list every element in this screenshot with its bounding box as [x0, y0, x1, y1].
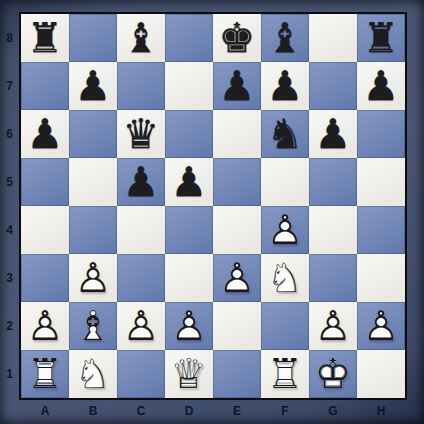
file-labels: ABCDEFGH	[21, 402, 405, 420]
black-pawn-icon: ♟	[117, 158, 165, 206]
square-c8[interactable]: ♝	[117, 14, 165, 62]
square-b5[interactable]	[69, 158, 117, 206]
square-e7[interactable]: ♟	[213, 62, 261, 110]
square-f4[interactable]: ♟♙	[261, 206, 309, 254]
square-a7[interactable]	[21, 62, 69, 110]
square-d2[interactable]: ♟♙	[165, 302, 213, 350]
white-knight-icon: ♘	[261, 254, 309, 302]
black-pawn-icon: ♟	[69, 62, 117, 110]
black-knight-icon: ♞	[261, 110, 309, 158]
square-b2[interactable]: ♝♗	[69, 302, 117, 350]
square-d5[interactable]: ♟	[165, 158, 213, 206]
square-h7[interactable]: ♟	[357, 62, 405, 110]
square-a6[interactable]: ♟	[21, 110, 69, 158]
rank-label-4: 4	[0, 206, 19, 254]
square-d7[interactable]	[165, 62, 213, 110]
black-pawn-icon: ♟	[165, 158, 213, 206]
square-c4[interactable]	[117, 206, 165, 254]
file-label-e: E	[213, 404, 261, 418]
chess-board: ♜♝♚♝♜♟♟♟♟♟♛♞♟♟♟♟♙♟♙♟♙♞♘♟♙♝♗♟♙♟♙♟♙♟♙♜♖♞♘♛…	[19, 12, 407, 400]
square-d4[interactable]	[165, 206, 213, 254]
white-knight-icon: ♘	[69, 350, 117, 398]
square-h6[interactable]	[357, 110, 405, 158]
square-d3[interactable]	[165, 254, 213, 302]
square-g5[interactable]	[309, 158, 357, 206]
square-g3[interactable]	[309, 254, 357, 302]
white-pawn-icon: ♟	[213, 254, 261, 302]
square-f5[interactable]	[261, 158, 309, 206]
square-g1[interactable]: ♚♔	[309, 350, 357, 398]
square-a4[interactable]	[21, 206, 69, 254]
square-e5[interactable]	[213, 158, 261, 206]
square-f3[interactable]: ♞♘	[261, 254, 309, 302]
white-rook-icon: ♜	[21, 350, 69, 398]
square-g8[interactable]	[309, 14, 357, 62]
square-e1[interactable]	[213, 350, 261, 398]
square-f6[interactable]: ♞	[261, 110, 309, 158]
white-knight-icon: ♞	[261, 254, 309, 302]
white-pawn-icon: ♟	[309, 302, 357, 350]
rank-labels: 87654321	[0, 14, 19, 398]
white-rook-icon: ♖	[21, 350, 69, 398]
square-c2[interactable]: ♟♙	[117, 302, 165, 350]
white-king-icon: ♔	[309, 350, 357, 398]
square-c3[interactable]	[117, 254, 165, 302]
rank-label-6: 6	[0, 110, 19, 158]
black-pawn-icon: ♟	[261, 62, 309, 110]
square-a1[interactable]: ♜♖	[21, 350, 69, 398]
white-rook-icon: ♜	[261, 350, 309, 398]
square-h8[interactable]: ♜	[357, 14, 405, 62]
square-c1[interactable]	[117, 350, 165, 398]
board-frame: 87654321 ♜♝♚♝♜♟♟♟♟♟♛♞♟♟♟♟♙♟♙♟♙♞♘♟♙♝♗♟♙♟♙…	[0, 0, 424, 424]
black-pawn-icon: ♟	[21, 110, 69, 158]
square-g6[interactable]: ♟	[309, 110, 357, 158]
white-king-icon: ♚	[309, 350, 357, 398]
white-pawn-icon: ♙	[69, 254, 117, 302]
square-f7[interactable]: ♟	[261, 62, 309, 110]
square-a5[interactable]	[21, 158, 69, 206]
rank-label-7: 7	[0, 62, 19, 110]
white-pawn-icon: ♟	[21, 302, 69, 350]
white-queen-icon: ♕	[165, 350, 213, 398]
square-b1[interactable]: ♞♘	[69, 350, 117, 398]
square-b6[interactable]	[69, 110, 117, 158]
black-pawn-icon: ♟	[357, 62, 405, 110]
square-e6[interactable]	[213, 110, 261, 158]
square-b8[interactable]	[69, 14, 117, 62]
square-g2[interactable]: ♟♙	[309, 302, 357, 350]
square-b4[interactable]	[69, 206, 117, 254]
square-f8[interactable]: ♝	[261, 14, 309, 62]
white-queen-icon: ♛	[165, 350, 213, 398]
white-pawn-icon: ♟	[69, 254, 117, 302]
white-pawn-icon: ♙	[261, 206, 309, 254]
square-f2[interactable]	[261, 302, 309, 350]
file-label-a: A	[21, 404, 69, 418]
square-a3[interactable]	[21, 254, 69, 302]
square-f1[interactable]: ♜♖	[261, 350, 309, 398]
square-g4[interactable]	[309, 206, 357, 254]
black-queen-icon: ♛	[117, 110, 165, 158]
square-c5[interactable]: ♟	[117, 158, 165, 206]
square-e2[interactable]	[213, 302, 261, 350]
black-bishop-icon: ♝	[261, 14, 309, 62]
square-h5[interactable]	[357, 158, 405, 206]
rank-label-8: 8	[0, 14, 19, 62]
white-pawn-icon: ♟	[261, 206, 309, 254]
white-pawn-icon: ♙	[117, 302, 165, 350]
square-g7[interactable]	[309, 62, 357, 110]
square-h4[interactable]	[357, 206, 405, 254]
black-rook-icon: ♜	[357, 14, 405, 62]
square-h3[interactable]	[357, 254, 405, 302]
square-c6[interactable]: ♛	[117, 110, 165, 158]
white-bishop-icon: ♝	[69, 302, 117, 350]
square-c7[interactable]	[117, 62, 165, 110]
square-d8[interactable]	[165, 14, 213, 62]
white-pawn-icon: ♙	[21, 302, 69, 350]
file-label-g: G	[309, 404, 357, 418]
white-pawn-icon: ♟	[117, 302, 165, 350]
white-bishop-icon: ♗	[69, 302, 117, 350]
square-e4[interactable]	[213, 206, 261, 254]
white-pawn-icon: ♟	[357, 302, 405, 350]
file-label-c: C	[117, 404, 165, 418]
square-d1[interactable]: ♛♕	[165, 350, 213, 398]
white-pawn-icon: ♙	[357, 302, 405, 350]
file-label-d: D	[165, 404, 213, 418]
rank-label-1: 1	[0, 350, 19, 398]
square-d6[interactable]	[165, 110, 213, 158]
black-pawn-icon: ♟	[309, 110, 357, 158]
file-label-h: H	[357, 404, 405, 418]
square-a2[interactable]: ♟♙	[21, 302, 69, 350]
square-e3[interactable]: ♟♙	[213, 254, 261, 302]
black-pawn-icon: ♟	[213, 62, 261, 110]
square-b3[interactable]: ♟♙	[69, 254, 117, 302]
white-pawn-icon: ♙	[213, 254, 261, 302]
square-h2[interactable]: ♟♙	[357, 302, 405, 350]
white-knight-icon: ♞	[69, 350, 117, 398]
rank-label-2: 2	[0, 302, 19, 350]
square-h1[interactable]	[357, 350, 405, 398]
white-pawn-icon: ♙	[309, 302, 357, 350]
rank-label-3: 3	[0, 254, 19, 302]
rank-label-5: 5	[0, 158, 19, 206]
white-pawn-icon: ♙	[165, 302, 213, 350]
square-b7[interactable]: ♟	[69, 62, 117, 110]
square-e8[interactable]: ♚	[213, 14, 261, 62]
white-rook-icon: ♖	[261, 350, 309, 398]
white-pawn-icon: ♟	[165, 302, 213, 350]
square-a8[interactable]: ♜	[21, 14, 69, 62]
file-label-b: B	[69, 404, 117, 418]
black-king-icon: ♚	[213, 14, 261, 62]
black-rook-icon: ♜	[21, 14, 69, 62]
file-label-f: F	[261, 404, 309, 418]
black-bishop-icon: ♝	[117, 14, 165, 62]
